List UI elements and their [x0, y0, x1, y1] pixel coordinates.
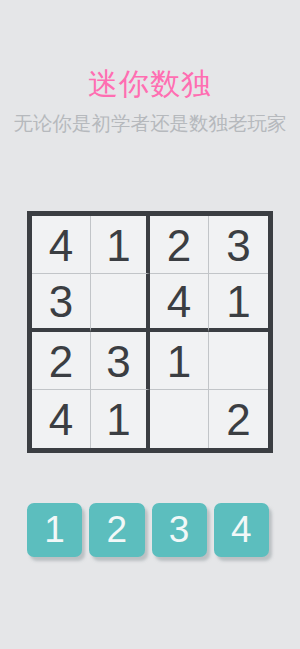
- cell-r4c1[interactable]: 4: [32, 390, 91, 448]
- cell-r3c3[interactable]: 1: [150, 332, 209, 390]
- cell-r1c3[interactable]: 2: [150, 216, 209, 274]
- number-button-1[interactable]: 1: [27, 503, 82, 557]
- sudoku-board: 4 1 2 3 3 4 1 2 3 1 4 1 2: [27, 211, 273, 453]
- number-button-2[interactable]: 2: [89, 503, 144, 557]
- cell-r3c1[interactable]: 2: [32, 332, 91, 390]
- cell-r2c4[interactable]: 1: [209, 274, 268, 332]
- app-subtitle: 无论你是初学者还是数独老玩家: [0, 110, 300, 136]
- number-pad: 1 2 3 4: [27, 503, 269, 557]
- cell-r1c2[interactable]: 1: [91, 216, 150, 274]
- cell-r2c1[interactable]: 3: [32, 274, 91, 332]
- cell-r3c4[interactable]: [209, 332, 268, 390]
- number-button-3[interactable]: 3: [152, 503, 207, 557]
- cell-r4c3[interactable]: [150, 390, 209, 448]
- app-title: 迷你数独: [0, 68, 300, 100]
- cell-r3c2[interactable]: 3: [91, 332, 150, 390]
- cell-r4c2[interactable]: 1: [91, 390, 150, 448]
- number-button-4[interactable]: 4: [214, 503, 269, 557]
- cell-r2c2[interactable]: [91, 274, 150, 332]
- cell-r1c1[interactable]: 4: [32, 216, 91, 274]
- cell-r2c3[interactable]: 4: [150, 274, 209, 332]
- cell-r1c4[interactable]: 3: [209, 216, 268, 274]
- cell-r4c4[interactable]: 2: [209, 390, 268, 448]
